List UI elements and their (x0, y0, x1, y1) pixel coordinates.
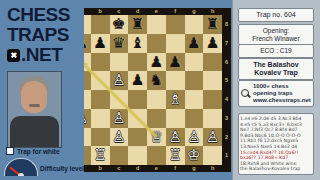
square-a7[interactable]: ♟ (84, 34, 91, 53)
square-c6[interactable] (110, 53, 129, 72)
difficulty-gauge (4, 158, 38, 176)
square-e8[interactable] (147, 15, 166, 34)
square-a6[interactable] (84, 53, 91, 72)
square-b2[interactable] (91, 128, 110, 147)
chess-board: abcdefgh ♚♜♜♟♟♛♝♟♟♟♟♙♟♞♗♙♙♙♕♙♙♙♖♖♔ 87654… (84, 8, 231, 172)
white-piece-r: ♖ (91, 146, 110, 165)
trap-for-label: Trap for white (17, 148, 60, 155)
trap-for-row[interactable]: Trap for white (6, 147, 60, 155)
square-c4[interactable] (110, 90, 129, 109)
square-c2[interactable]: ♙ (110, 128, 129, 147)
square-e3[interactable] (147, 109, 166, 128)
square-h2[interactable]: ♙ (203, 128, 222, 147)
black-piece-p: ♟ (128, 71, 147, 90)
black-piece-p: ♟ (166, 53, 185, 72)
white-piece-p: ♙ (110, 71, 129, 90)
white-piece-p: ♙ (203, 128, 222, 147)
file-label-a: a (84, 165, 91, 172)
opening-label: Opening: (240, 27, 312, 35)
square-a8[interactable] (84, 15, 91, 34)
black-piece-r: ♜ (128, 15, 147, 34)
logo-x-icon: ✖ (7, 49, 20, 62)
promo-line-2: opening traps (253, 90, 311, 97)
square-f3[interactable] (166, 109, 185, 128)
rank-label-4: 4 (222, 90, 231, 109)
presenter-mustache (29, 104, 40, 107)
file-label-e: e (147, 8, 166, 15)
eco-code: ECO : C19 (240, 47, 312, 55)
file-label-f: f (166, 8, 185, 15)
promo-line-3: www.chesstraps.net (253, 97, 311, 104)
square-h8[interactable]: ♜ (203, 15, 222, 34)
file-labels-top-inner: abcdefgh (84, 8, 222, 15)
trap-name-box: The Balashov Kovalev Trap (238, 58, 314, 80)
white-piece-q: ♕ (147, 128, 166, 147)
square-b1[interactable]: ♖ (91, 146, 110, 165)
rank-label-1: 1 (222, 146, 231, 165)
square-g2[interactable]: ♙ (185, 128, 204, 147)
opening-name: French Winawer (240, 35, 312, 43)
square-a3[interactable]: ♙ (84, 109, 91, 128)
square-d1[interactable] (128, 146, 147, 165)
square-a5[interactable] (84, 71, 91, 90)
black-piece-b: ♝ (128, 34, 147, 53)
move-line: 1.e4 e6 2.d4 d5 3.Nc3 Bb4 (240, 116, 312, 122)
file-label-b: b (91, 165, 110, 172)
square-c5[interactable]: ♙ (110, 71, 129, 90)
presenter-shoulders (10, 116, 59, 147)
file-label-d: d (128, 8, 147, 15)
moves-box: 1.e4 e6 2.d4 d5 3.Nc3 Bb44.e5 c5 5.a3 Bx… (238, 113, 314, 175)
black-piece-p: ♟ (185, 34, 204, 53)
file-label-f: f (166, 165, 185, 172)
square-a1[interactable] (84, 146, 91, 165)
square-b8[interactable] (91, 15, 110, 34)
trap-number-box: Trap no. 604 (238, 8, 314, 22)
square-g7[interactable]: ♟ (185, 34, 204, 53)
trap-number: Trap no. 604 (240, 11, 312, 19)
square-e4[interactable] (147, 90, 166, 109)
trap-name-line-2: Kovalev Trap (240, 69, 312, 77)
presenter-face (21, 81, 47, 113)
white-piece-p: ♙ (185, 128, 204, 147)
square-a4[interactable] (84, 90, 91, 109)
square-f4[interactable]: ♗ (166, 90, 185, 109)
black-piece-r: ♜ (203, 15, 222, 34)
info-panel: Trap no. 604 Opening: French Winawer ECO… (232, 0, 320, 180)
square-h3[interactable] (203, 109, 222, 128)
square-c8[interactable]: ♚ (110, 15, 129, 34)
logo-line-3: ✖ .NET (7, 45, 93, 65)
square-h4[interactable] (203, 90, 222, 109)
rank-labels-right: 87654321 (222, 15, 231, 165)
file-label-d: d (128, 165, 147, 172)
rank-label-2: 2 (222, 128, 231, 147)
difficulty-label: Difficulty level (40, 165, 84, 172)
square-f6[interactable]: ♟ (166, 53, 185, 72)
square-d4[interactable] (128, 90, 147, 109)
square-h7[interactable]: ♟ (203, 34, 222, 53)
trap-for-checkbox[interactable] (6, 147, 14, 155)
file-label-g: g (185, 8, 204, 15)
square-b6[interactable] (91, 53, 110, 72)
file-label-a: a (84, 8, 91, 15)
opening-box: Opening: French Winawer (238, 24, 314, 45)
square-d3[interactable] (128, 109, 147, 128)
promo-box[interactable]: 1000+ chess opening traps www.chesstraps… (238, 80, 314, 107)
square-f5[interactable] (166, 71, 185, 90)
square-f1[interactable]: ♖ (166, 146, 185, 165)
square-e6[interactable]: ♟ (147, 53, 166, 72)
square-d5[interactable]: ♟ (128, 71, 147, 90)
square-b4[interactable] (91, 90, 110, 109)
square-h1[interactable] (203, 146, 222, 165)
square-a2[interactable] (84, 128, 91, 147)
white-piece-b: ♗ (166, 90, 185, 109)
square-d2[interactable] (128, 128, 147, 147)
rank-label-8: 8 (222, 15, 231, 34)
file-label-c: c (110, 165, 129, 172)
move-line: the Balashov-Kovalev trap (240, 166, 312, 172)
white-piece-k: ♔ (185, 146, 204, 165)
promo-line-1: 1000+ chess (253, 83, 311, 90)
white-piece-p: ♙ (84, 109, 91, 128)
file-label-b: b (91, 8, 110, 15)
square-g8[interactable] (185, 15, 204, 34)
gauge-hub-icon (18, 173, 24, 176)
trap-name-line-1: The Balashov (240, 61, 312, 69)
square-h6[interactable] (203, 53, 222, 72)
square-g3[interactable] (185, 109, 204, 128)
square-f7[interactable] (166, 34, 185, 53)
square-b7[interactable]: ♟ (91, 34, 110, 53)
file-label-c: c (110, 8, 129, 15)
square-g1[interactable]: ♔ (185, 146, 204, 165)
square-f8[interactable] (166, 15, 185, 34)
file-labels-bottom-inner: abcdefgh (84, 165, 222, 172)
white-piece-r: ♖ (166, 146, 185, 165)
square-d7[interactable]: ♝ (128, 34, 147, 53)
file-labels-top: abcdefgh (84, 8, 222, 15)
chesstraps-logo: CHESS TRAPS ✖ .NET (7, 5, 93, 65)
rank-label-7: 7 (222, 34, 231, 53)
logo-line-2: TRAPS (7, 25, 93, 45)
black-piece-p: ♟ (84, 34, 91, 53)
file-label-g: g (185, 165, 204, 172)
square-b5[interactable] (91, 71, 110, 90)
black-piece-k: ♚ (110, 15, 129, 34)
square-c7[interactable]: ♛ (110, 34, 129, 53)
square-g5[interactable] (185, 71, 204, 90)
black-piece-n: ♞ (147, 71, 166, 90)
white-piece-p: ♙ (166, 128, 185, 147)
board-squares: ♚♜♜♟♟♛♝♟♟♟♟♙♟♞♗♙♙♙♕♙♙♙♖♖♔ (84, 15, 222, 165)
board-clip: ♚♜♜♟♟♛♝♟♟♟♟♙♟♞♗♙♙♙♕♙♙♙♖♖♔ (84, 15, 222, 165)
square-e2[interactable]: ♕ (147, 128, 166, 147)
square-d6[interactable] (128, 53, 147, 72)
square-c3[interactable]: ♙ (110, 109, 129, 128)
square-e7[interactable] (147, 34, 166, 53)
video-thumbnail: CHESS TRAPS ✖ .NET Trap for white Diffic… (0, 0, 320, 180)
square-b3[interactable] (91, 109, 110, 128)
black-piece-p: ♟ (91, 34, 110, 53)
rank-label-3: 3 (222, 109, 231, 128)
presenter-photo (7, 71, 62, 148)
square-c1[interactable] (110, 146, 129, 165)
square-e5[interactable]: ♞ (147, 71, 166, 90)
white-piece-p: ♙ (110, 109, 129, 128)
black-piece-q: ♛ (110, 34, 129, 53)
square-g4[interactable] (185, 90, 204, 109)
square-g6[interactable] (185, 53, 204, 72)
logo-net-text: .NET (21, 45, 62, 65)
rank-label-5: 5 (222, 71, 231, 90)
square-h5[interactable] (203, 71, 222, 90)
square-f2[interactable]: ♙ (166, 128, 185, 147)
rank-label-6: 6 (222, 53, 231, 72)
black-piece-p: ♟ (203, 34, 222, 53)
file-label-h: h (203, 8, 222, 15)
eco-box: ECO : C19 (238, 44, 314, 58)
square-d8[interactable]: ♜ (128, 15, 147, 34)
white-piece-p: ♙ (110, 128, 129, 147)
moves-text: 1.e4 e6 2.d4 d5 3.Nc3 Bb44.e5 c5 5.a3 Bx… (240, 116, 312, 172)
square-e1[interactable] (147, 146, 166, 165)
file-label-e: e (147, 165, 166, 172)
file-label-h: h (203, 165, 222, 172)
file-labels-bottom: abcdefgh (84, 165, 222, 172)
black-piece-p: ♟ (147, 53, 166, 72)
magnifier-icon (240, 88, 251, 99)
logo-line-1: CHESS (7, 5, 93, 25)
